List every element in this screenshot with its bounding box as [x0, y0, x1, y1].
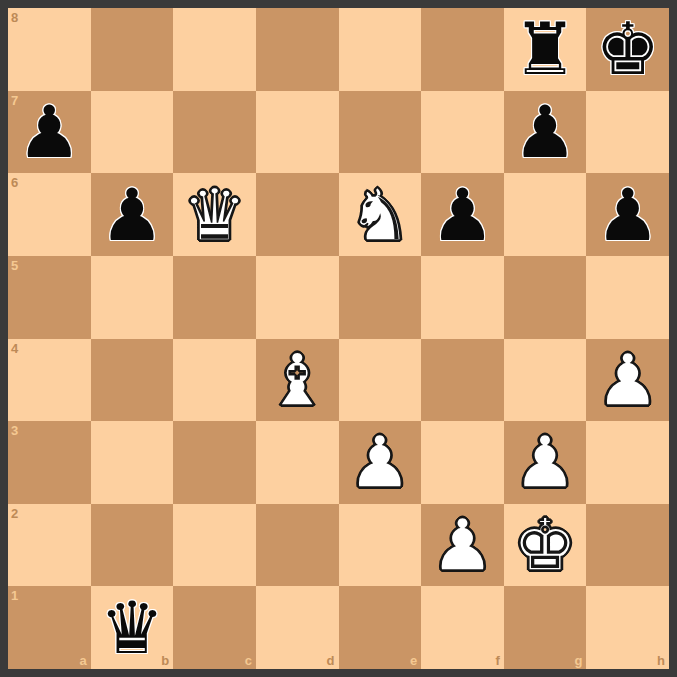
black-king-h8[interactable]: ♚ [595, 13, 660, 85]
square-g7[interactable]: ♟ [504, 91, 587, 174]
square-b6[interactable]: ♟ [91, 173, 174, 256]
square-c6[interactable]: ♛ [173, 173, 256, 256]
black-pawn-h6[interactable]: ♟ [595, 179, 660, 251]
square-g3[interactable]: ♟ [504, 421, 587, 504]
square-d3[interactable] [256, 421, 339, 504]
square-g2[interactable]: ♚ [504, 504, 587, 587]
square-h1[interactable]: h [586, 586, 669, 669]
square-d1[interactable]: d [256, 586, 339, 669]
square-a6[interactable]: 6 [8, 173, 91, 256]
rank-label-8: 8 [11, 11, 18, 24]
rank-label-4: 4 [11, 342, 18, 355]
square-e2[interactable] [339, 504, 422, 587]
chess-board-frame: 8♜♚7♟♟6♟♛♞♟♟54♝♟3♟♟2♟♚1ab♛cdefgh [0, 0, 677, 677]
square-d4[interactable]: ♝ [256, 339, 339, 422]
square-g1[interactable]: g [504, 586, 587, 669]
square-a7[interactable]: 7♟ [8, 91, 91, 174]
white-pawn-f2[interactable]: ♟ [430, 509, 495, 581]
square-c2[interactable] [173, 504, 256, 587]
square-e7[interactable] [339, 91, 422, 174]
square-f5[interactable] [421, 256, 504, 339]
file-label-b: b [161, 654, 169, 667]
white-pawn-g3[interactable]: ♟ [513, 426, 578, 498]
square-b8[interactable] [91, 8, 174, 91]
square-a3[interactable]: 3 [8, 421, 91, 504]
white-pawn-e3[interactable]: ♟ [348, 426, 413, 498]
white-king-g2[interactable]: ♚ [513, 509, 578, 581]
square-b1[interactable]: b♛ [91, 586, 174, 669]
square-e8[interactable] [339, 8, 422, 91]
black-pawn-g7[interactable]: ♟ [513, 96, 578, 168]
rank-label-1: 1 [11, 589, 18, 602]
square-g5[interactable] [504, 256, 587, 339]
square-e6[interactable]: ♞ [339, 173, 422, 256]
square-c7[interactable] [173, 91, 256, 174]
rank-label-6: 6 [11, 176, 18, 189]
square-b3[interactable] [91, 421, 174, 504]
square-d2[interactable] [256, 504, 339, 587]
square-f3[interactable] [421, 421, 504, 504]
square-a1[interactable]: 1a [8, 586, 91, 669]
square-e5[interactable] [339, 256, 422, 339]
square-a5[interactable]: 5 [8, 256, 91, 339]
file-label-f: f [495, 654, 499, 667]
square-b5[interactable] [91, 256, 174, 339]
white-queen-c6[interactable]: ♛ [182, 179, 247, 251]
black-rook-g8[interactable]: ♜ [513, 13, 578, 85]
square-f4[interactable] [421, 339, 504, 422]
square-f7[interactable] [421, 91, 504, 174]
square-c4[interactable] [173, 339, 256, 422]
square-h6[interactable]: ♟ [586, 173, 669, 256]
square-b7[interactable] [91, 91, 174, 174]
square-h4[interactable]: ♟ [586, 339, 669, 422]
square-g4[interactable] [504, 339, 587, 422]
black-pawn-b6[interactable]: ♟ [100, 179, 165, 251]
square-g8[interactable]: ♜ [504, 8, 587, 91]
square-f1[interactable]: f [421, 586, 504, 669]
square-f6[interactable]: ♟ [421, 173, 504, 256]
square-h7[interactable] [586, 91, 669, 174]
chess-board: 8♜♚7♟♟6♟♛♞♟♟54♝♟3♟♟2♟♚1ab♛cdefgh [8, 8, 669, 669]
rank-label-3: 3 [11, 424, 18, 437]
rank-label-5: 5 [11, 259, 18, 272]
square-h2[interactable] [586, 504, 669, 587]
rank-label-7: 7 [11, 94, 18, 107]
square-c8[interactable] [173, 8, 256, 91]
square-e4[interactable] [339, 339, 422, 422]
file-label-c: c [245, 654, 252, 667]
square-a4[interactable]: 4 [8, 339, 91, 422]
file-label-g: g [574, 654, 582, 667]
square-e1[interactable]: e [339, 586, 422, 669]
square-g6[interactable] [504, 173, 587, 256]
square-d5[interactable] [256, 256, 339, 339]
file-label-e: e [410, 654, 417, 667]
rank-label-2: 2 [11, 507, 18, 520]
square-a2[interactable]: 2 [8, 504, 91, 587]
white-knight-e6[interactable]: ♞ [348, 179, 413, 251]
square-d6[interactable] [256, 173, 339, 256]
square-d8[interactable] [256, 8, 339, 91]
square-h8[interactable]: ♚ [586, 8, 669, 91]
square-h3[interactable] [586, 421, 669, 504]
black-queen-b1[interactable]: ♛ [100, 592, 165, 664]
file-label-h: h [657, 654, 665, 667]
square-b2[interactable] [91, 504, 174, 587]
square-h5[interactable] [586, 256, 669, 339]
square-f8[interactable] [421, 8, 504, 91]
square-f2[interactable]: ♟ [421, 504, 504, 587]
black-pawn-a7[interactable]: ♟ [17, 96, 82, 168]
square-a8[interactable]: 8 [8, 8, 91, 91]
square-e3[interactable]: ♟ [339, 421, 422, 504]
square-c1[interactable]: c [173, 586, 256, 669]
white-bishop-d4[interactable]: ♝ [265, 344, 330, 416]
square-c3[interactable] [173, 421, 256, 504]
square-b4[interactable] [91, 339, 174, 422]
black-pawn-f6[interactable]: ♟ [430, 179, 495, 251]
square-c5[interactable] [173, 256, 256, 339]
file-label-d: d [327, 654, 335, 667]
file-label-a: a [79, 654, 86, 667]
square-d7[interactable] [256, 91, 339, 174]
white-pawn-h4[interactable]: ♟ [595, 344, 660, 416]
